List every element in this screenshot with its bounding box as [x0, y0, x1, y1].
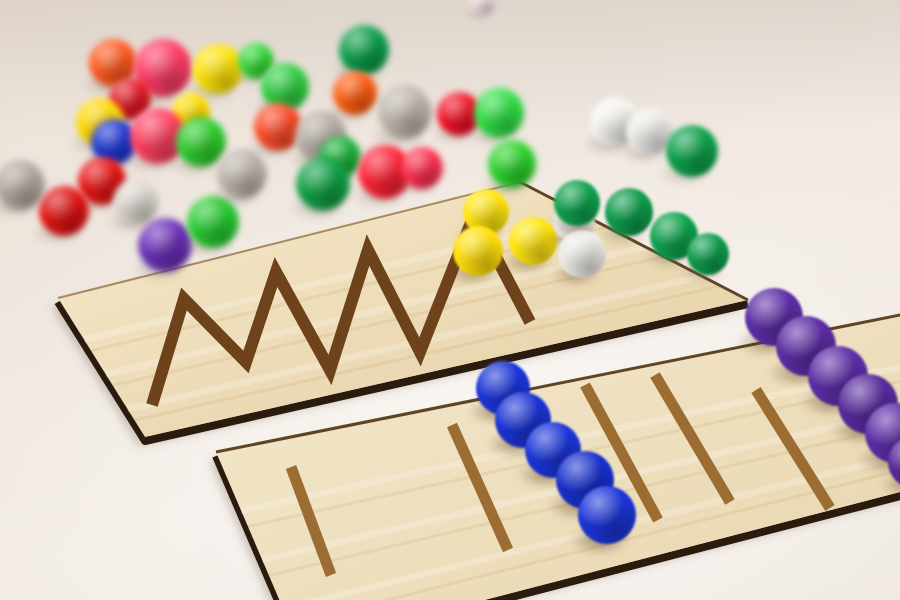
- photo-pompom-activity: [0, 0, 900, 600]
- scatter-pile-pom: [296, 157, 350, 211]
- green-row-pom: [605, 188, 653, 236]
- scatter-pile-pom: [39, 186, 89, 236]
- scatter-pile-pom: [193, 44, 243, 94]
- scatter-pile-pom: [474, 88, 524, 138]
- scatter-pile-pom: [401, 147, 443, 189]
- green-row-pom: [554, 180, 600, 226]
- yellow-row-pom: [453, 226, 503, 276]
- scatter-pile-pom: [254, 103, 302, 151]
- scatter-pile-pom: [333, 71, 377, 115]
- scatter-pile-pom: [176, 117, 226, 167]
- green-row-pom: [687, 233, 729, 275]
- scatter-pile-pom: [339, 25, 389, 75]
- loose-top-right-pom: [666, 125, 718, 177]
- blue-row-pom: [578, 486, 636, 544]
- scatter-pile-pom: [488, 140, 536, 188]
- scatter-pile-pom: [378, 85, 432, 139]
- scatter-pile-pom: [113, 179, 159, 225]
